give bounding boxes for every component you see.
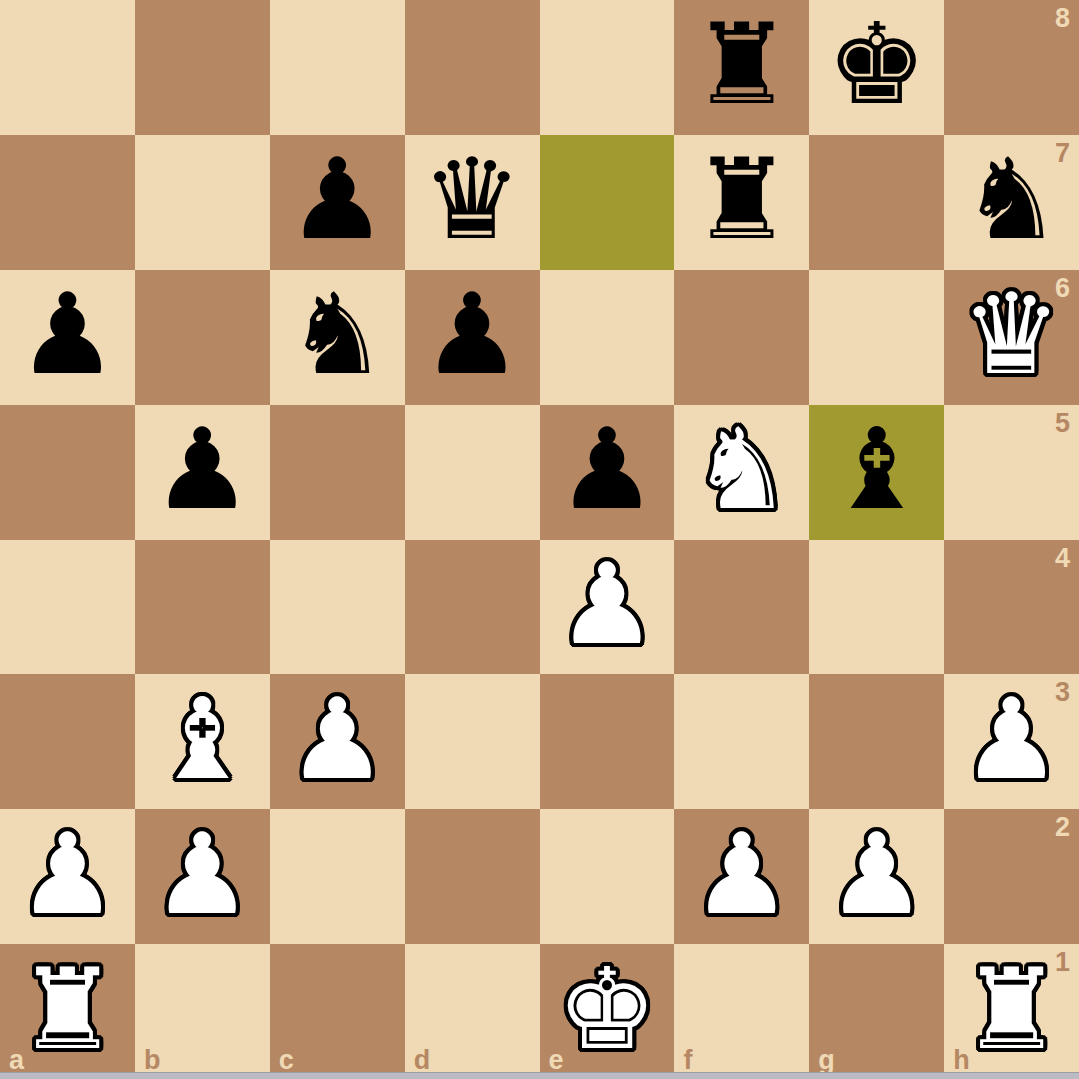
white-rook[interactable]: ♜ bbox=[17, 953, 117, 1065]
square-h2[interactable]: 2 bbox=[944, 809, 1079, 944]
square-b2[interactable]: ♟ bbox=[135, 809, 270, 944]
file-label-f: f bbox=[683, 1047, 692, 1074]
white-pawn[interactable]: ♟ bbox=[826, 818, 926, 930]
black-rook[interactable]: ♜ bbox=[692, 143, 792, 255]
square-d8[interactable] bbox=[405, 0, 540, 135]
black-knight[interactable]: ♞ bbox=[287, 278, 387, 390]
square-a8[interactable] bbox=[0, 0, 135, 135]
square-f7[interactable]: ♜ bbox=[674, 135, 809, 270]
black-pawn[interactable]: ♟ bbox=[152, 413, 252, 525]
square-d5[interactable] bbox=[405, 405, 540, 540]
file-label-g: g bbox=[818, 1047, 835, 1074]
square-g5[interactable]: ♝ bbox=[809, 405, 944, 540]
square-a5[interactable] bbox=[0, 405, 135, 540]
black-bishop[interactable]: ♝ bbox=[826, 413, 926, 525]
square-d7[interactable]: ♛ bbox=[405, 135, 540, 270]
square-e7[interactable] bbox=[540, 135, 675, 270]
black-pawn[interactable]: ♟ bbox=[287, 143, 387, 255]
chess-board-area: ♜♚8♟♛♜♞7♟♞♟♛6♟♟♞♝5♟4♝♟♟3♟♟♟♟2♜abcd♚efg♜1… bbox=[0, 0, 1079, 1079]
white-queen[interactable]: ♛ bbox=[961, 278, 1061, 390]
square-c4[interactable] bbox=[270, 540, 405, 675]
square-e3[interactable] bbox=[540, 674, 675, 809]
square-b7[interactable] bbox=[135, 135, 270, 270]
square-g7[interactable] bbox=[809, 135, 944, 270]
square-f5[interactable]: ♞ bbox=[674, 405, 809, 540]
black-knight[interactable]: ♞ bbox=[961, 143, 1061, 255]
square-f1[interactable]: f bbox=[674, 944, 809, 1079]
chess-board[interactable]: ♜♚8♟♛♜♞7♟♞♟♛6♟♟♞♝5♟4♝♟♟3♟♟♟♟2♜abcd♚efg♜1… bbox=[0, 0, 1079, 1079]
white-pawn[interactable]: ♟ bbox=[152, 818, 252, 930]
square-e4[interactable]: ♟ bbox=[540, 540, 675, 675]
square-h5[interactable]: 5 bbox=[944, 405, 1079, 540]
white-rook[interactable]: ♜ bbox=[961, 953, 1061, 1065]
black-pawn[interactable]: ♟ bbox=[557, 413, 657, 525]
white-pawn[interactable]: ♟ bbox=[557, 548, 657, 660]
square-e8[interactable] bbox=[540, 0, 675, 135]
square-f8[interactable]: ♜ bbox=[674, 0, 809, 135]
square-c1[interactable]: c bbox=[270, 944, 405, 1079]
rank-label-2: 2 bbox=[1055, 814, 1070, 841]
square-d2[interactable] bbox=[405, 809, 540, 944]
square-c5[interactable] bbox=[270, 405, 405, 540]
rank-label-7: 7 bbox=[1055, 140, 1070, 167]
square-g2[interactable]: ♟ bbox=[809, 809, 944, 944]
square-h4[interactable]: 4 bbox=[944, 540, 1079, 675]
square-c8[interactable] bbox=[270, 0, 405, 135]
square-a3[interactable] bbox=[0, 674, 135, 809]
black-king[interactable]: ♚ bbox=[826, 8, 926, 120]
rank-label-4: 4 bbox=[1055, 545, 1070, 572]
file-label-e: e bbox=[549, 1047, 564, 1074]
square-f3[interactable] bbox=[674, 674, 809, 809]
square-g4[interactable] bbox=[809, 540, 944, 675]
white-bishop[interactable]: ♝ bbox=[152, 683, 252, 795]
square-h7[interactable]: ♞7 bbox=[944, 135, 1079, 270]
white-pawn[interactable]: ♟ bbox=[17, 818, 117, 930]
rank-label-1: 1 bbox=[1055, 949, 1070, 976]
square-d4[interactable] bbox=[405, 540, 540, 675]
rank-label-5: 5 bbox=[1055, 410, 1070, 437]
square-d1[interactable]: d bbox=[405, 944, 540, 1079]
square-b5[interactable]: ♟ bbox=[135, 405, 270, 540]
white-king[interactable]: ♚ bbox=[557, 953, 657, 1065]
square-f2[interactable]: ♟ bbox=[674, 809, 809, 944]
square-c2[interactable] bbox=[270, 809, 405, 944]
square-b8[interactable] bbox=[135, 0, 270, 135]
file-label-a: a bbox=[9, 1047, 24, 1074]
square-c3[interactable]: ♟ bbox=[270, 674, 405, 809]
square-d6[interactable]: ♟ bbox=[405, 270, 540, 405]
square-h3[interactable]: ♟3 bbox=[944, 674, 1079, 809]
white-pawn[interactable]: ♟ bbox=[287, 683, 387, 795]
square-h1[interactable]: ♜1h bbox=[944, 944, 1079, 1079]
square-b1[interactable]: b bbox=[135, 944, 270, 1079]
square-c7[interactable]: ♟ bbox=[270, 135, 405, 270]
window-bottom-edge bbox=[0, 1072, 1079, 1079]
square-a1[interactable]: ♜a bbox=[0, 944, 135, 1079]
square-h6[interactable]: ♛6 bbox=[944, 270, 1079, 405]
black-rook[interactable]: ♜ bbox=[692, 8, 792, 120]
file-label-d: d bbox=[414, 1047, 431, 1074]
square-e5[interactable]: ♟ bbox=[540, 405, 675, 540]
file-label-b: b bbox=[144, 1047, 161, 1074]
square-a2[interactable]: ♟ bbox=[0, 809, 135, 944]
square-b4[interactable] bbox=[135, 540, 270, 675]
white-knight[interactable]: ♞ bbox=[692, 413, 792, 525]
square-g6[interactable] bbox=[809, 270, 944, 405]
white-pawn[interactable]: ♟ bbox=[692, 818, 792, 930]
square-a4[interactable] bbox=[0, 540, 135, 675]
square-g3[interactable] bbox=[809, 674, 944, 809]
square-f4[interactable] bbox=[674, 540, 809, 675]
square-f6[interactable] bbox=[674, 270, 809, 405]
black-pawn[interactable]: ♟ bbox=[17, 278, 117, 390]
square-a6[interactable]: ♟ bbox=[0, 270, 135, 405]
black-queen[interactable]: ♛ bbox=[422, 143, 522, 255]
white-pawn[interactable]: ♟ bbox=[961, 683, 1061, 795]
file-label-c: c bbox=[279, 1047, 294, 1074]
rank-label-8: 8 bbox=[1055, 5, 1070, 32]
square-c6[interactable]: ♞ bbox=[270, 270, 405, 405]
square-e1[interactable]: ♚e bbox=[540, 944, 675, 1079]
rank-label-3: 3 bbox=[1055, 679, 1070, 706]
square-e6[interactable] bbox=[540, 270, 675, 405]
square-d3[interactable] bbox=[405, 674, 540, 809]
square-b6[interactable] bbox=[135, 270, 270, 405]
square-e2[interactable] bbox=[540, 809, 675, 944]
square-a7[interactable] bbox=[0, 135, 135, 270]
square-g8[interactable]: ♚ bbox=[809, 0, 944, 135]
square-b3[interactable]: ♝ bbox=[135, 674, 270, 809]
black-pawn[interactable]: ♟ bbox=[422, 278, 522, 390]
square-h8[interactable]: 8 bbox=[944, 0, 1079, 135]
square-g1[interactable]: g bbox=[809, 944, 944, 1079]
rank-label-6: 6 bbox=[1055, 275, 1070, 302]
file-label-h: h bbox=[953, 1047, 970, 1074]
